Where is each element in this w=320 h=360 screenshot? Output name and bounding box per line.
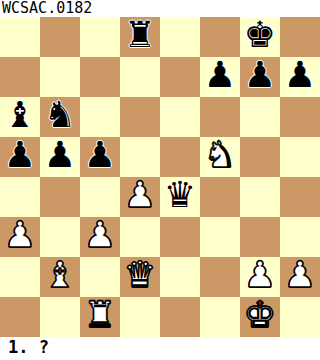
square-h7[interactable]: ♟ <box>280 57 320 97</box>
square-f7[interactable]: ♟ <box>200 57 240 97</box>
square-a4[interactable] <box>0 177 40 217</box>
white-queen: ♛ <box>124 257 156 295</box>
square-d7[interactable] <box>120 57 160 97</box>
white-bishop: ♝ <box>44 257 76 295</box>
black-knight: ♞ <box>44 97 76 135</box>
square-a6[interactable]: ♝ <box>0 97 40 137</box>
square-e2[interactable] <box>160 257 200 297</box>
square-b8[interactable] <box>40 17 80 57</box>
white-knight: ♞ <box>204 137 236 175</box>
square-a8[interactable] <box>0 17 40 57</box>
square-a1[interactable] <box>0 297 40 337</box>
white-pawn: ♟ <box>124 177 156 215</box>
square-b6[interactable]: ♞ <box>40 97 80 137</box>
move-prompt: 1. ? <box>0 337 320 360</box>
black-pawn: ♟ <box>4 137 36 175</box>
square-a2[interactable] <box>0 257 40 297</box>
square-f4[interactable] <box>200 177 240 217</box>
black-pawn: ♟ <box>204 57 236 95</box>
square-a3[interactable]: ♟ <box>0 217 40 257</box>
square-h1[interactable] <box>280 297 320 337</box>
white-pawn: ♟ <box>244 257 276 295</box>
square-g6[interactable] <box>240 97 280 137</box>
chess-puzzle-page: WCSAC.0182 ♜♚♟♟♟♝♞♟♟♟♞♟♛♟♟♝♛♟♟♜♚ 1. ? <box>0 0 320 360</box>
square-g7[interactable]: ♟ <box>240 57 280 97</box>
square-h6[interactable] <box>280 97 320 137</box>
square-f1[interactable] <box>200 297 240 337</box>
square-c7[interactable] <box>80 57 120 97</box>
square-h5[interactable] <box>280 137 320 177</box>
square-b2[interactable]: ♝ <box>40 257 80 297</box>
square-f3[interactable] <box>200 217 240 257</box>
square-g8[interactable]: ♚ <box>240 17 280 57</box>
square-c1[interactable]: ♜ <box>80 297 120 337</box>
square-e6[interactable] <box>160 97 200 137</box>
square-c6[interactable] <box>80 97 120 137</box>
square-c8[interactable] <box>80 17 120 57</box>
square-a7[interactable] <box>0 57 40 97</box>
black-queen: ♛ <box>164 177 196 215</box>
square-e1[interactable] <box>160 297 200 337</box>
chess-board: ♜♚♟♟♟♝♞♟♟♟♞♟♛♟♟♝♛♟♟♜♚ <box>0 17 320 337</box>
black-pawn: ♟ <box>284 57 316 95</box>
square-c4[interactable] <box>80 177 120 217</box>
square-d8[interactable]: ♜ <box>120 17 160 57</box>
square-f5[interactable]: ♞ <box>200 137 240 177</box>
square-g3[interactable] <box>240 217 280 257</box>
square-e8[interactable] <box>160 17 200 57</box>
square-b5[interactable]: ♟ <box>40 137 80 177</box>
white-rook: ♜ <box>84 297 116 335</box>
square-g4[interactable] <box>240 177 280 217</box>
square-h4[interactable] <box>280 177 320 217</box>
black-bishop: ♝ <box>4 97 36 135</box>
white-king: ♚ <box>244 297 276 335</box>
square-c5[interactable]: ♟ <box>80 137 120 177</box>
square-f8[interactable] <box>200 17 240 57</box>
square-d1[interactable] <box>120 297 160 337</box>
square-b1[interactable] <box>40 297 80 337</box>
square-h8[interactable] <box>280 17 320 57</box>
square-b7[interactable] <box>40 57 80 97</box>
square-d5[interactable] <box>120 137 160 177</box>
square-b3[interactable] <box>40 217 80 257</box>
black-pawn: ♟ <box>244 57 276 95</box>
square-e4[interactable]: ♛ <box>160 177 200 217</box>
square-c3[interactable]: ♟ <box>80 217 120 257</box>
square-d6[interactable] <box>120 97 160 137</box>
square-e7[interactable] <box>160 57 200 97</box>
black-king: ♚ <box>244 17 276 55</box>
white-pawn: ♟ <box>284 257 316 295</box>
white-pawn: ♟ <box>84 217 116 255</box>
square-h3[interactable] <box>280 217 320 257</box>
white-pawn: ♟ <box>4 217 36 255</box>
square-d3[interactable] <box>120 217 160 257</box>
square-g2[interactable]: ♟ <box>240 257 280 297</box>
square-f2[interactable] <box>200 257 240 297</box>
black-pawn: ♟ <box>84 137 116 175</box>
puzzle-id-label: WCSAC.0182 <box>0 0 320 17</box>
black-rook: ♜ <box>124 17 156 55</box>
square-b4[interactable] <box>40 177 80 217</box>
square-d2[interactable]: ♛ <box>120 257 160 297</box>
square-f6[interactable] <box>200 97 240 137</box>
black-pawn: ♟ <box>44 137 76 175</box>
square-g1[interactable]: ♚ <box>240 297 280 337</box>
square-d4[interactable]: ♟ <box>120 177 160 217</box>
square-e3[interactable] <box>160 217 200 257</box>
square-a5[interactable]: ♟ <box>0 137 40 177</box>
square-h2[interactable]: ♟ <box>280 257 320 297</box>
square-e5[interactable] <box>160 137 200 177</box>
square-g5[interactable] <box>240 137 280 177</box>
square-c2[interactable] <box>80 257 120 297</box>
